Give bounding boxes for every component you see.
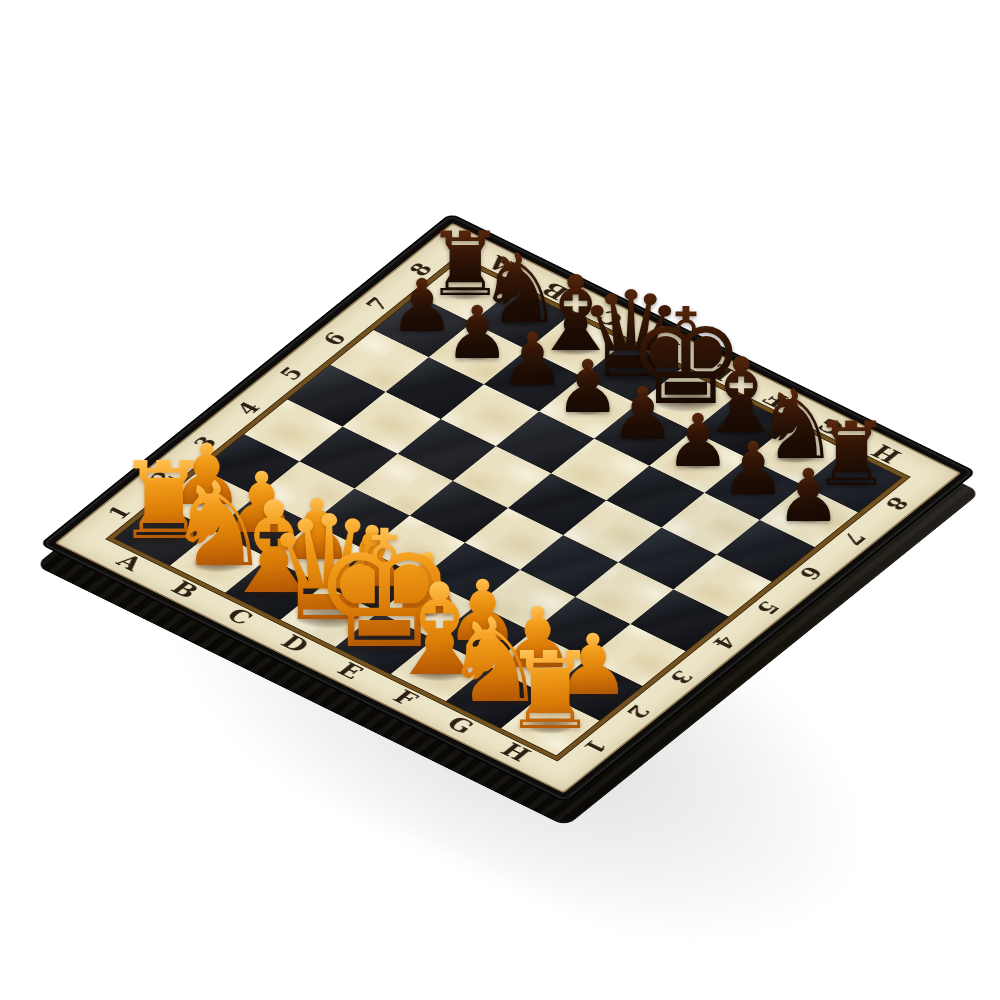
piece-black-pawn-h7[interactable]: ♟ xyxy=(776,459,841,532)
square-h5[interactable] xyxy=(673,555,771,617)
black-pawn-glyph: ♟ xyxy=(776,459,841,532)
square-f4[interactable] xyxy=(520,535,618,597)
square-g5[interactable] xyxy=(618,528,716,590)
piece-white-rook-h1[interactable]: ♜ xyxy=(502,638,598,745)
square-h4[interactable] xyxy=(630,589,728,651)
square-g4[interactable] xyxy=(575,562,673,624)
square-f5[interactable] xyxy=(563,500,661,562)
product-photo-scene: ABCDEFGH ABCDEFGH 12345678 12345678 ♜♞♝♛… xyxy=(0,0,1000,1000)
white-rook-glyph: ♜ xyxy=(502,638,598,745)
